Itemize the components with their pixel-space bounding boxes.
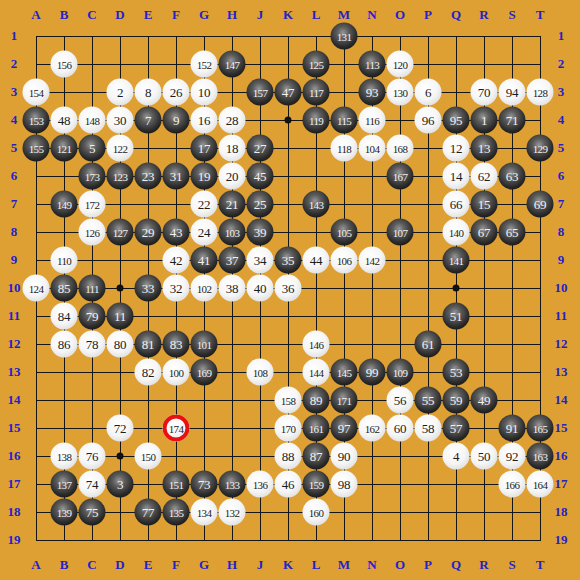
stone-white-40: 40 [247, 275, 274, 302]
stone-white-62: 62 [471, 163, 498, 190]
move-number: 24 [198, 224, 210, 240]
stone-black-121: 121 [51, 135, 78, 162]
stone-black-71: 71 [499, 107, 526, 134]
column-label-top: F [163, 8, 189, 22]
stone-white-158: 158 [275, 387, 302, 414]
move-number: 103 [225, 226, 239, 238]
move-number: 138 [57, 450, 71, 462]
stone-white-116: 116 [359, 107, 386, 134]
grid-line-horizontal [36, 512, 541, 513]
move-number: 45 [254, 168, 266, 184]
row-label-left: 6 [1, 169, 27, 183]
stone-white-118: 118 [331, 135, 358, 162]
move-number: 61 [422, 336, 434, 352]
move-number: 154 [29, 86, 43, 98]
move-number: 108 [253, 366, 267, 378]
move-number: 33 [142, 280, 154, 296]
move-number: 170 [281, 422, 295, 434]
move-number: 10 [198, 84, 210, 100]
move-number: 7 [145, 112, 151, 128]
stone-black-23: 23 [135, 163, 162, 190]
move-number: 55 [422, 392, 434, 408]
stone-black-115: 115 [331, 107, 358, 134]
move-number: 111 [85, 282, 99, 294]
stone-black-89: 89 [303, 387, 330, 414]
stone-black-35: 35 [275, 247, 302, 274]
move-number: 147 [225, 58, 239, 70]
move-number: 80 [114, 336, 126, 352]
stone-black-155: 155 [23, 135, 50, 162]
move-number: 15 [478, 196, 490, 212]
move-number: 32 [170, 280, 182, 296]
move-number: 1 [481, 112, 487, 128]
move-number: 161 [309, 422, 323, 434]
stone-black-33: 33 [135, 275, 162, 302]
move-number: 88 [282, 448, 294, 464]
move-number: 41 [198, 252, 210, 268]
stone-black-79: 79 [79, 303, 106, 330]
stone-white-170: 170 [275, 415, 302, 442]
stone-black-157: 157 [247, 79, 274, 106]
stone-black-127: 127 [107, 219, 134, 246]
stone-white-96: 96 [415, 107, 442, 134]
stone-white-126: 126 [79, 219, 106, 246]
move-number: 100 [169, 366, 183, 378]
stone-white-46: 46 [275, 471, 302, 498]
stone-black-95: 95 [443, 107, 470, 134]
column-label-top: T [527, 8, 553, 22]
stone-white-16: 16 [191, 107, 218, 134]
stone-black-93: 93 [359, 79, 386, 106]
row-label-right: 9 [548, 253, 574, 267]
move-number: 107 [393, 226, 407, 238]
stone-white-134: 134 [191, 499, 218, 526]
row-label-right: 2 [548, 57, 574, 71]
move-number: 117 [309, 86, 323, 98]
move-number: 91 [506, 420, 518, 436]
move-number: 23 [142, 168, 154, 184]
row-label-left: 14 [1, 393, 27, 407]
stone-white-174: 174 [163, 415, 190, 442]
stone-black-173: 173 [79, 163, 106, 190]
move-number: 155 [29, 142, 43, 154]
row-label-right: 14 [548, 393, 574, 407]
stone-black-87: 87 [303, 443, 330, 470]
move-number: 105 [337, 226, 351, 238]
stone-white-150: 150 [135, 443, 162, 470]
column-label-top: H [219, 8, 245, 22]
stone-white-34: 34 [247, 247, 274, 274]
stone-white-140: 140 [443, 219, 470, 246]
stone-black-111: 111 [79, 275, 106, 302]
move-number: 143 [309, 198, 323, 210]
row-label-right: 19 [548, 533, 574, 547]
stone-white-4: 4 [443, 443, 470, 470]
stone-black-145: 145 [331, 359, 358, 386]
move-number: 44 [310, 252, 322, 268]
move-number: 8 [145, 84, 151, 100]
move-number: 97 [338, 420, 350, 436]
move-number: 151 [169, 478, 183, 490]
move-number: 116 [365, 114, 379, 126]
stone-black-141: 141 [443, 247, 470, 274]
move-number: 20 [226, 168, 238, 184]
stone-white-128: 128 [527, 79, 554, 106]
move-number: 90 [338, 448, 350, 464]
stone-white-20: 20 [219, 163, 246, 190]
stone-black-81: 81 [135, 331, 162, 358]
move-number: 42 [170, 252, 182, 268]
stone-black-59: 59 [443, 387, 470, 414]
stone-white-78: 78 [79, 331, 106, 358]
move-number: 93 [366, 84, 378, 100]
move-number: 132 [225, 506, 239, 518]
grid-line-vertical [400, 36, 401, 541]
move-number: 131 [337, 30, 351, 42]
move-number: 126 [85, 226, 99, 238]
move-number: 40 [254, 280, 266, 296]
move-number: 118 [337, 142, 351, 154]
stone-black-137: 137 [51, 471, 78, 498]
stone-black-1: 1 [471, 107, 498, 134]
move-number: 2 [117, 84, 123, 100]
move-number: 70 [478, 84, 490, 100]
column-label-top: A [23, 8, 49, 22]
stone-white-36: 36 [275, 275, 302, 302]
stone-black-3: 3 [107, 471, 134, 498]
move-number: 128 [533, 86, 547, 98]
row-label-right: 6 [548, 169, 574, 183]
move-number: 13 [478, 140, 490, 156]
move-number: 119 [309, 114, 323, 126]
stone-white-122: 122 [107, 135, 134, 162]
move-number: 145 [337, 366, 351, 378]
move-number: 66 [450, 196, 462, 212]
star-point [117, 285, 124, 292]
move-number: 171 [337, 394, 351, 406]
stone-black-153: 153 [23, 107, 50, 134]
stone-black-99: 99 [359, 359, 386, 386]
move-number: 96 [422, 112, 434, 128]
move-number: 59 [450, 392, 462, 408]
move-number: 98 [338, 476, 350, 492]
move-number: 9 [173, 112, 179, 128]
stone-black-91: 91 [499, 415, 526, 442]
stone-black-37: 37 [219, 247, 246, 274]
stone-white-110: 110 [51, 247, 78, 274]
move-number: 43 [170, 224, 182, 240]
stone-white-26: 26 [163, 79, 190, 106]
move-number: 104 [365, 142, 379, 154]
stone-white-104: 104 [359, 135, 386, 162]
column-label-bottom: S [499, 558, 525, 572]
move-number: 50 [478, 448, 490, 464]
stone-black-117: 117 [303, 79, 330, 106]
move-number: 76 [86, 448, 98, 464]
stone-white-84: 84 [51, 303, 78, 330]
move-number: 27 [254, 140, 266, 156]
row-label-right: 11 [548, 309, 574, 323]
stone-black-65: 65 [499, 219, 526, 246]
move-number: 115 [337, 114, 351, 126]
move-number: 38 [226, 280, 238, 296]
move-number: 18 [226, 140, 238, 156]
stone-black-55: 55 [415, 387, 442, 414]
stone-black-13: 13 [471, 135, 498, 162]
column-label-bottom: M [331, 558, 357, 572]
move-number: 137 [57, 478, 71, 490]
move-number: 153 [29, 114, 43, 126]
stone-black-149: 149 [51, 191, 78, 218]
column-label-bottom: T [527, 558, 553, 572]
stone-black-73: 73 [191, 471, 218, 498]
move-number: 5 [89, 140, 95, 156]
stone-black-167: 167 [387, 163, 414, 190]
move-number: 162 [365, 422, 379, 434]
stone-white-146: 146 [303, 331, 330, 358]
column-label-top: E [135, 8, 161, 22]
move-number: 109 [393, 366, 407, 378]
move-number: 166 [505, 478, 519, 490]
row-label-left: 16 [1, 449, 27, 463]
move-number: 34 [254, 252, 266, 268]
move-number: 167 [393, 170, 407, 182]
stone-white-42: 42 [163, 247, 190, 274]
move-number: 21 [226, 196, 238, 212]
move-number: 127 [113, 226, 127, 238]
stone-white-30: 30 [107, 107, 134, 134]
move-number: 35 [282, 252, 294, 268]
move-number: 57 [450, 420, 462, 436]
move-number: 4 [453, 448, 459, 464]
move-number: 164 [533, 478, 547, 490]
stone-white-100: 100 [163, 359, 190, 386]
move-number: 160 [309, 506, 323, 518]
stone-white-32: 32 [163, 275, 190, 302]
stone-white-148: 148 [79, 107, 106, 134]
move-number: 110 [57, 254, 71, 266]
stone-black-139: 139 [51, 499, 78, 526]
move-number: 169 [197, 366, 211, 378]
move-number: 30 [114, 112, 126, 128]
go-board[interactable]: AABBCCDDEEFFGGHHJJKKLLMMNNOOPPQQRRSSTT11… [0, 0, 580, 580]
column-label-top: Q [443, 8, 469, 22]
move-number: 133 [225, 478, 239, 490]
move-number: 75 [86, 504, 98, 520]
column-label-top: L [303, 8, 329, 22]
column-label-bottom: O [387, 558, 413, 572]
move-number: 56 [394, 392, 406, 408]
stone-black-169: 169 [191, 359, 218, 386]
stone-white-162: 162 [359, 415, 386, 442]
move-number: 72 [114, 420, 126, 436]
stone-white-120: 120 [387, 51, 414, 78]
stone-black-147: 147 [219, 51, 246, 78]
stone-white-108: 108 [247, 359, 274, 386]
star-point [117, 453, 124, 460]
stone-black-105: 105 [331, 219, 358, 246]
stone-white-2: 2 [107, 79, 134, 106]
move-number: 134 [197, 506, 211, 518]
stone-black-61: 61 [415, 331, 442, 358]
column-label-top: B [51, 8, 77, 22]
stone-black-39: 39 [247, 219, 274, 246]
column-label-bottom: C [79, 558, 105, 572]
stone-white-58: 58 [415, 415, 442, 442]
stone-black-51: 51 [443, 303, 470, 330]
move-number: 163 [533, 450, 547, 462]
move-number: 94 [506, 84, 518, 100]
stone-black-103: 103 [219, 219, 246, 246]
stone-white-24: 24 [191, 219, 218, 246]
column-label-bottom: G [191, 558, 217, 572]
row-label-right: 18 [548, 505, 574, 519]
move-number: 62 [478, 168, 490, 184]
stone-black-15: 15 [471, 191, 498, 218]
stone-white-6: 6 [415, 79, 442, 106]
stone-black-83: 83 [163, 331, 190, 358]
row-label-right: 10 [548, 281, 574, 295]
column-label-top: P [415, 8, 441, 22]
move-number: 79 [86, 308, 98, 324]
row-label-left: 7 [1, 197, 27, 211]
move-number: 122 [113, 142, 127, 154]
column-label-bottom: P [415, 558, 441, 572]
stone-white-66: 66 [443, 191, 470, 218]
stone-black-11: 11 [107, 303, 134, 330]
row-label-left: 17 [1, 477, 27, 491]
stone-black-133: 133 [219, 471, 246, 498]
stone-black-5: 5 [79, 135, 106, 162]
column-label-bottom: L [303, 558, 329, 572]
stone-white-70: 70 [471, 79, 498, 106]
stone-black-151: 151 [163, 471, 190, 498]
stone-white-144: 144 [303, 359, 330, 386]
stone-white-14: 14 [443, 163, 470, 190]
move-number: 125 [309, 58, 323, 70]
stone-black-31: 31 [163, 163, 190, 190]
stone-white-38: 38 [219, 275, 246, 302]
move-number: 92 [506, 448, 518, 464]
move-number: 130 [393, 86, 407, 98]
row-label-right: 8 [548, 225, 574, 239]
stone-white-164: 164 [527, 471, 554, 498]
move-number: 22 [198, 196, 210, 212]
stone-white-160: 160 [303, 499, 330, 526]
move-number: 16 [198, 112, 210, 128]
stone-black-119: 119 [303, 107, 330, 134]
move-number: 29 [142, 224, 154, 240]
stone-black-19: 19 [191, 163, 218, 190]
move-number: 120 [393, 58, 407, 70]
row-label-left: 9 [1, 253, 27, 267]
stone-black-171: 171 [331, 387, 358, 414]
move-number: 139 [57, 506, 71, 518]
column-label-bottom: N [359, 558, 385, 572]
stone-white-12: 12 [443, 135, 470, 162]
stone-white-94: 94 [499, 79, 526, 106]
stone-white-168: 168 [387, 135, 414, 162]
move-number: 149 [57, 198, 71, 210]
row-label-right: 4 [548, 113, 574, 127]
row-label-left: 18 [1, 505, 27, 519]
move-number: 123 [113, 170, 127, 182]
stone-white-98: 98 [331, 471, 358, 498]
move-number: 51 [450, 308, 462, 324]
column-label-top: G [191, 8, 217, 22]
stone-black-97: 97 [331, 415, 358, 442]
move-number: 173 [85, 170, 99, 182]
move-number: 174 [169, 422, 183, 434]
move-number: 47 [282, 84, 294, 100]
column-label-bottom: H [219, 558, 245, 572]
stone-black-135: 135 [163, 499, 190, 526]
move-number: 71 [506, 112, 518, 128]
star-point [285, 117, 292, 124]
move-number: 140 [449, 226, 463, 238]
move-number: 77 [142, 504, 154, 520]
stone-white-80: 80 [107, 331, 134, 358]
stone-black-163: 163 [527, 443, 554, 470]
move-number: 17 [198, 140, 210, 156]
row-label-right: 1 [548, 29, 574, 43]
row-label-left: 1 [1, 29, 27, 43]
column-label-top: K [275, 8, 301, 22]
move-number: 136 [253, 478, 267, 490]
move-number: 53 [450, 364, 462, 380]
move-number: 19 [198, 168, 210, 184]
column-label-bottom: K [275, 558, 301, 572]
stone-black-67: 67 [471, 219, 498, 246]
stone-white-156: 156 [51, 51, 78, 78]
move-number: 165 [533, 422, 547, 434]
stone-white-56: 56 [387, 387, 414, 414]
move-number: 11 [114, 308, 126, 324]
move-number: 48 [58, 112, 70, 128]
stone-black-77: 77 [135, 499, 162, 526]
move-number: 46 [282, 476, 294, 492]
stone-white-124: 124 [23, 275, 50, 302]
column-label-bottom: Q [443, 558, 469, 572]
move-number: 106 [337, 254, 351, 266]
stone-black-161: 161 [303, 415, 330, 442]
stone-white-154: 154 [23, 79, 50, 106]
stone-white-88: 88 [275, 443, 302, 470]
move-number: 12 [450, 140, 462, 156]
move-number: 14 [450, 168, 462, 184]
stone-black-125: 125 [303, 51, 330, 78]
stone-white-142: 142 [359, 247, 386, 274]
stone-white-60: 60 [387, 415, 414, 442]
column-label-bottom: E [135, 558, 161, 572]
move-number: 67 [478, 224, 490, 240]
stone-black-47: 47 [275, 79, 302, 106]
stone-black-143: 143 [303, 191, 330, 218]
stone-white-18: 18 [219, 135, 246, 162]
grid-line-horizontal [36, 540, 541, 541]
stone-white-76: 76 [79, 443, 106, 470]
stone-white-86: 86 [51, 331, 78, 358]
row-label-left: 12 [1, 337, 27, 351]
column-label-top: S [499, 8, 525, 22]
stone-black-25: 25 [247, 191, 274, 218]
move-number: 65 [506, 224, 518, 240]
stone-black-63: 63 [499, 163, 526, 190]
column-label-bottom: J [247, 558, 273, 572]
stone-white-106: 106 [331, 247, 358, 274]
move-number: 146 [309, 338, 323, 350]
move-number: 157 [253, 86, 267, 98]
